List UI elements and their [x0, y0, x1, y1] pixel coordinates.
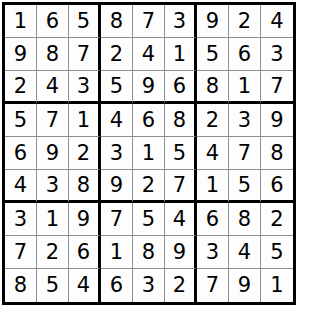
sudoku-cell-r2c9[interactable]: 3: [261, 38, 293, 71]
sudoku-cell-r6c2[interactable]: 3: [37, 170, 69, 203]
sudoku-cell-r7c2[interactable]: 1: [37, 203, 69, 236]
sudoku-cell-r1c4[interactable]: 8: [101, 5, 133, 38]
sudoku-cell-r9c7[interactable]: 7: [197, 269, 229, 302]
sudoku-cell-r1c7[interactable]: 9: [197, 5, 229, 38]
sudoku-cell-r2c5[interactable]: 4: [133, 38, 165, 71]
sudoku-cell-r3c5[interactable]: 9: [133, 71, 165, 104]
sudoku-cell-r2c2[interactable]: 8: [37, 38, 69, 71]
sudoku-cell-r3c3[interactable]: 3: [69, 71, 101, 104]
sudoku-cell-r6c1[interactable]: 4: [5, 170, 37, 203]
sudoku-cell-r2c6[interactable]: 1: [165, 38, 197, 71]
sudoku-cell-r4c5[interactable]: 6: [133, 104, 165, 137]
sudoku-cell-r5c7[interactable]: 4: [197, 137, 229, 170]
sudoku-cell-r2c3[interactable]: 7: [69, 38, 101, 71]
sudoku-cell-r2c7[interactable]: 5: [197, 38, 229, 71]
sudoku-cell-r5c5[interactable]: 1: [133, 137, 165, 170]
sudoku-cell-r6c5[interactable]: 2: [133, 170, 165, 203]
sudoku-cell-r7c8[interactable]: 8: [229, 203, 261, 236]
sudoku-cell-r7c5[interactable]: 5: [133, 203, 165, 236]
sudoku-cell-r1c9[interactable]: 4: [261, 5, 293, 38]
sudoku-cell-r1c1[interactable]: 1: [5, 5, 37, 38]
sudoku-cell-r7c6[interactable]: 4: [165, 203, 197, 236]
sudoku-cell-r1c8[interactable]: 2: [229, 5, 261, 38]
sudoku-cell-r5c8[interactable]: 7: [229, 137, 261, 170]
sudoku-cell-r7c7[interactable]: 6: [197, 203, 229, 236]
sudoku-cell-r2c8[interactable]: 6: [229, 38, 261, 71]
sudoku-cell-r2c1[interactable]: 9: [5, 38, 37, 71]
sudoku-cell-r9c1[interactable]: 8: [5, 269, 37, 302]
sudoku-cell-r7c3[interactable]: 9: [69, 203, 101, 236]
sudoku-cell-r5c2[interactable]: 9: [37, 137, 69, 170]
sudoku-cell-r1c5[interactable]: 7: [133, 5, 165, 38]
sudoku-cell-r6c7[interactable]: 1: [197, 170, 229, 203]
sudoku-cell-r1c6[interactable]: 3: [165, 5, 197, 38]
sudoku-cell-r8c4[interactable]: 1: [101, 236, 133, 269]
sudoku-cell-r6c8[interactable]: 5: [229, 170, 261, 203]
sudoku-cell-r5c9[interactable]: 8: [261, 137, 293, 170]
sudoku-cell-r9c4[interactable]: 6: [101, 269, 133, 302]
sudoku-cell-r3c4[interactable]: 5: [101, 71, 133, 104]
sudoku-cell-r3c7[interactable]: 8: [197, 71, 229, 104]
sudoku-cell-r5c1[interactable]: 6: [5, 137, 37, 170]
sudoku-cell-r8c8[interactable]: 4: [229, 236, 261, 269]
sudoku-cell-r9c9[interactable]: 1: [261, 269, 293, 302]
sudoku-cell-r3c8[interactable]: 1: [229, 71, 261, 104]
sudoku-cell-r5c6[interactable]: 5: [165, 137, 197, 170]
sudoku-cell-r9c5[interactable]: 3: [133, 269, 165, 302]
sudoku-cell-r4c8[interactable]: 3: [229, 104, 261, 137]
sudoku-cell-r8c3[interactable]: 6: [69, 236, 101, 269]
sudoku-board: 1658739249872415632435968175714682396923…: [2, 2, 296, 305]
sudoku-cell-r8c1[interactable]: 7: [5, 236, 37, 269]
sudoku-cell-r4c7[interactable]: 2: [197, 104, 229, 137]
sudoku-cell-r3c6[interactable]: 6: [165, 71, 197, 104]
sudoku-cell-r4c6[interactable]: 8: [165, 104, 197, 137]
sudoku-cell-r4c4[interactable]: 4: [101, 104, 133, 137]
sudoku-cell-r6c3[interactable]: 8: [69, 170, 101, 203]
sudoku-cell-r6c4[interactable]: 9: [101, 170, 133, 203]
sudoku-cell-r7c9[interactable]: 2: [261, 203, 293, 236]
sudoku-cell-r3c1[interactable]: 2: [5, 71, 37, 104]
sudoku-cell-r6c9[interactable]: 6: [261, 170, 293, 203]
sudoku-cell-r8c7[interactable]: 3: [197, 236, 229, 269]
sudoku-cell-r8c5[interactable]: 8: [133, 236, 165, 269]
sudoku-cell-r7c4[interactable]: 7: [101, 203, 133, 236]
sudoku-cell-r3c2[interactable]: 4: [37, 71, 69, 104]
sudoku-cell-r5c3[interactable]: 2: [69, 137, 101, 170]
sudoku-cell-r4c2[interactable]: 7: [37, 104, 69, 137]
sudoku-cell-r2c4[interactable]: 2: [101, 38, 133, 71]
sudoku-board-wrapper: 1658739249872415632435968175714682396923…: [0, 0, 312, 305]
sudoku-cell-r8c9[interactable]: 5: [261, 236, 293, 269]
sudoku-cell-r1c3[interactable]: 5: [69, 5, 101, 38]
sudoku-cell-r1c2[interactable]: 6: [37, 5, 69, 38]
sudoku-cell-r9c8[interactable]: 9: [229, 269, 261, 302]
sudoku-cell-r9c3[interactable]: 4: [69, 269, 101, 302]
sudoku-cell-r8c6[interactable]: 9: [165, 236, 197, 269]
sudoku-cell-r7c1[interactable]: 3: [5, 203, 37, 236]
sudoku-cell-r6c6[interactable]: 7: [165, 170, 197, 203]
sudoku-cell-r9c6[interactable]: 2: [165, 269, 197, 302]
sudoku-cell-r4c3[interactable]: 1: [69, 104, 101, 137]
sudoku-cell-r8c2[interactable]: 2: [37, 236, 69, 269]
sudoku-cell-r9c2[interactable]: 5: [37, 269, 69, 302]
sudoku-cell-r5c4[interactable]: 3: [101, 137, 133, 170]
sudoku-cell-r4c1[interactable]: 5: [5, 104, 37, 137]
sudoku-cell-r3c9[interactable]: 7: [261, 71, 293, 104]
sudoku-cell-r4c9[interactable]: 9: [261, 104, 293, 137]
